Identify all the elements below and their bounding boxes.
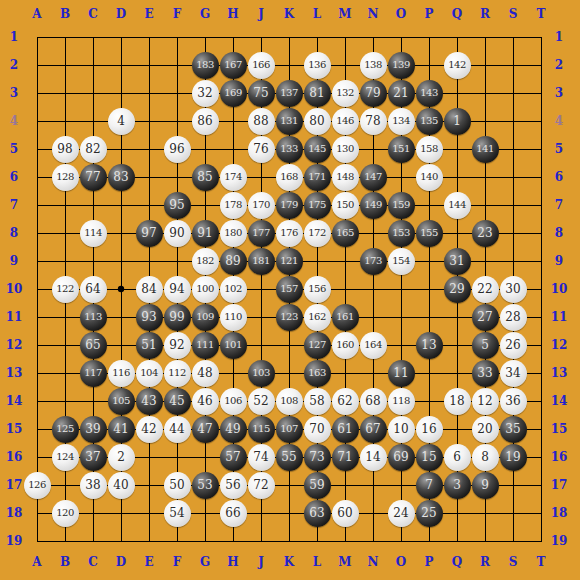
stone-P8[interactable]: 155 [416, 220, 443, 247]
stone-Q17[interactable]: 3 [444, 472, 471, 499]
stone-N3[interactable]: 79 [360, 80, 387, 107]
stone-S16[interactable]: 19 [500, 444, 527, 471]
move-number: 114 [84, 228, 102, 238]
move-number: 123 [280, 312, 298, 322]
row-label-right-4: 4 [555, 114, 563, 128]
move-number: 117 [84, 368, 102, 378]
col-label-bottom-B: B [60, 555, 70, 569]
stone-K9[interactable]: 121 [276, 248, 303, 275]
stone-M15[interactable]: 61 [332, 416, 359, 443]
stone-L17[interactable]: 59 [304, 472, 331, 499]
stone-O8[interactable]: 153 [388, 220, 415, 247]
stone-N16[interactable]: 14 [360, 444, 387, 471]
stone-C5[interactable]: 82 [80, 136, 107, 163]
move-number: 42 [141, 423, 156, 435]
stone-H11[interactable]: 110 [220, 304, 247, 331]
stone-C15[interactable]: 39 [80, 416, 107, 443]
move-number: 118 [392, 396, 410, 406]
move-number: 49 [225, 423, 240, 435]
row-label-left-1: 1 [10, 30, 18, 44]
col-label-top-H: H [227, 7, 238, 21]
row-label-right-1: 1 [555, 30, 563, 44]
stone-S13[interactable]: 34 [500, 360, 527, 387]
move-number: 91 [197, 227, 212, 239]
stone-M18[interactable]: 60 [332, 500, 359, 527]
col-label-bottom-K: K [284, 555, 294, 569]
col-label-bottom-T: T [537, 555, 546, 569]
move-number: 111 [196, 340, 214, 350]
move-number: 102 [224, 284, 242, 294]
move-number: 41 [113, 423, 128, 435]
stone-L10[interactable]: 156 [304, 276, 331, 303]
stone-F13[interactable]: 112 [164, 360, 191, 387]
stone-M14[interactable]: 62 [332, 388, 359, 415]
col-label-bottom-C: C [88, 555, 98, 569]
stone-J5[interactable]: 76 [248, 136, 275, 163]
move-number: 63 [309, 507, 324, 519]
stone-G14[interactable]: 46 [192, 388, 219, 415]
stone-G6[interactable]: 85 [192, 164, 219, 191]
stone-K3[interactable]: 137 [276, 80, 303, 107]
move-number: 110 [224, 312, 242, 322]
stone-O4[interactable]: 134 [388, 108, 415, 135]
stone-Q7[interactable]: 144 [444, 192, 471, 219]
stone-Q2[interactable]: 142 [444, 52, 471, 79]
stone-L4[interactable]: 80 [304, 108, 331, 135]
stone-C8[interactable]: 114 [80, 220, 107, 247]
stone-H17[interactable]: 56 [220, 472, 247, 499]
row-label-left-3: 3 [10, 86, 18, 100]
stone-E8[interactable]: 97 [136, 220, 163, 247]
move-number: 19 [505, 451, 520, 463]
stone-H8[interactable]: 180 [220, 220, 247, 247]
stone-C10[interactable]: 64 [80, 276, 107, 303]
move-number: 97 [141, 227, 156, 239]
move-number: 59 [309, 479, 324, 491]
stone-A17[interactable]: 126 [24, 472, 51, 499]
stone-E12[interactable]: 51 [136, 332, 163, 359]
stone-S10[interactable]: 30 [500, 276, 527, 303]
stone-G17[interactable]: 53 [192, 472, 219, 499]
move-number: 122 [56, 284, 74, 294]
move-number: 62 [337, 395, 352, 407]
stone-H3[interactable]: 169 [220, 80, 247, 107]
col-label-top-R: R [480, 7, 490, 21]
move-number: 133 [280, 144, 298, 154]
row-label-left-4: 4 [10, 114, 18, 128]
col-label-top-K: K [284, 7, 294, 21]
stone-M12[interactable]: 160 [332, 332, 359, 359]
stone-H16[interactable]: 57 [220, 444, 247, 471]
move-number: 38 [85, 479, 100, 491]
col-label-bottom-M: M [338, 555, 351, 569]
move-number: 82 [85, 143, 100, 155]
move-number: 101 [224, 340, 242, 350]
stone-P4[interactable]: 135 [416, 108, 443, 135]
stone-G10[interactable]: 100 [192, 276, 219, 303]
stone-C12[interactable]: 65 [80, 332, 107, 359]
stone-F18[interactable]: 54 [164, 500, 191, 527]
stone-D14[interactable]: 105 [108, 388, 135, 415]
stone-R10[interactable]: 22 [472, 276, 499, 303]
move-number: 165 [336, 228, 354, 238]
move-number: 147 [364, 172, 382, 182]
move-number: 81 [309, 87, 324, 99]
row-label-left-5: 5 [10, 142, 18, 156]
move-number: 121 [280, 256, 298, 266]
stone-G12[interactable]: 111 [192, 332, 219, 359]
stone-L13[interactable]: 163 [304, 360, 331, 387]
stone-H15[interactable]: 49 [220, 416, 247, 443]
stone-M7[interactable]: 150 [332, 192, 359, 219]
stone-Q14[interactable]: 18 [444, 388, 471, 415]
stone-R5[interactable]: 141 [472, 136, 499, 163]
stone-N7[interactable]: 149 [360, 192, 387, 219]
stone-J16[interactable]: 74 [248, 444, 275, 471]
move-number: 105 [112, 396, 130, 406]
stone-G9[interactable]: 182 [192, 248, 219, 275]
row-label-left-19: 19 [6, 534, 23, 548]
stone-C16[interactable]: 37 [80, 444, 107, 471]
stone-C11[interactable]: 113 [80, 304, 107, 331]
col-label-bottom-H: H [227, 555, 238, 569]
stone-B10[interactable]: 122 [52, 276, 79, 303]
stone-P18[interactable]: 25 [416, 500, 443, 527]
stone-F14[interactable]: 45 [164, 388, 191, 415]
stone-C13[interactable]: 117 [80, 360, 107, 387]
move-number: 65 [85, 339, 100, 351]
stone-O5[interactable]: 151 [388, 136, 415, 163]
stone-C17[interactable]: 38 [80, 472, 107, 499]
stone-K8[interactable]: 176 [276, 220, 303, 247]
move-number: 73 [309, 451, 324, 463]
move-number: 77 [85, 171, 100, 183]
row-label-left-13: 13 [6, 366, 23, 380]
stone-R8[interactable]: 23 [472, 220, 499, 247]
stone-D6[interactable]: 83 [108, 164, 135, 191]
stone-L11[interactable]: 162 [304, 304, 331, 331]
stone-L8[interactable]: 172 [304, 220, 331, 247]
stone-S15[interactable]: 35 [500, 416, 527, 443]
stone-J15[interactable]: 115 [248, 416, 275, 443]
move-number: 145 [308, 144, 326, 154]
stone-P6[interactable]: 140 [416, 164, 443, 191]
stone-O15[interactable]: 10 [388, 416, 415, 443]
stone-H12[interactable]: 101 [220, 332, 247, 359]
stone-H9[interactable]: 89 [220, 248, 247, 275]
stone-K16[interactable]: 55 [276, 444, 303, 471]
stone-J13[interactable]: 103 [248, 360, 275, 387]
stone-R13[interactable]: 33 [472, 360, 499, 387]
stone-R11[interactable]: 27 [472, 304, 499, 331]
move-number: 13 [421, 339, 436, 351]
move-number: 76 [253, 143, 268, 155]
move-number: 70 [309, 423, 324, 435]
stone-Q4[interactable]: 1 [444, 108, 471, 135]
stone-G13[interactable]: 48 [192, 360, 219, 387]
stone-G15[interactable]: 47 [192, 416, 219, 443]
stone-R12[interactable]: 5 [472, 332, 499, 359]
col-label-bottom-A: A [32, 555, 41, 569]
stone-L5[interactable]: 145 [304, 136, 331, 163]
stone-P12[interactable]: 13 [416, 332, 443, 359]
stone-E15[interactable]: 42 [136, 416, 163, 443]
move-number: 40 [113, 479, 128, 491]
stone-Q10[interactable]: 29 [444, 276, 471, 303]
move-number: 99 [169, 311, 184, 323]
col-label-top-L: L [313, 7, 321, 21]
stone-G3[interactable]: 32 [192, 80, 219, 107]
row-label-left-12: 12 [6, 338, 23, 352]
stone-N9[interactable]: 173 [360, 248, 387, 275]
stone-H7[interactable]: 178 [220, 192, 247, 219]
stone-N12[interactable]: 164 [360, 332, 387, 359]
move-number: 173 [364, 256, 382, 266]
stone-J8[interactable]: 177 [248, 220, 275, 247]
stone-J4[interactable]: 88 [248, 108, 275, 135]
move-number: 31 [449, 255, 464, 267]
stone-J14[interactable]: 52 [248, 388, 275, 415]
move-number: 39 [85, 423, 100, 435]
stone-L12[interactable]: 127 [304, 332, 331, 359]
stone-P16[interactable]: 15 [416, 444, 443, 471]
move-number: 163 [308, 368, 326, 378]
col-label-top-A: A [32, 7, 41, 21]
stone-P17[interactable]: 7 [416, 472, 443, 499]
stone-J7[interactable]: 170 [248, 192, 275, 219]
stone-N14[interactable]: 68 [360, 388, 387, 415]
move-number: 169 [224, 88, 242, 98]
move-number: 177 [252, 228, 270, 238]
move-number: 153 [392, 228, 410, 238]
stone-R17[interactable]: 9 [472, 472, 499, 499]
move-number: 35 [505, 423, 520, 435]
move-number: 16 [421, 423, 436, 435]
move-number: 15 [421, 451, 436, 463]
stone-N15[interactable]: 67 [360, 416, 387, 443]
move-number: 151 [392, 144, 410, 154]
move-number: 138 [364, 60, 382, 70]
move-number: 128 [56, 172, 74, 182]
stone-B5[interactable]: 98 [52, 136, 79, 163]
stone-E14[interactable]: 43 [136, 388, 163, 415]
stone-G8[interactable]: 91 [192, 220, 219, 247]
move-number: 174 [224, 172, 242, 182]
stone-E10[interactable]: 84 [136, 276, 163, 303]
move-number: 1 [453, 115, 461, 127]
stone-O18[interactable]: 24 [388, 500, 415, 527]
move-number: 28 [505, 311, 520, 323]
stones-layer: 1234567891011121314151618192021222324252… [23, 23, 555, 555]
col-label-top-Q: Q [452, 7, 462, 21]
stone-L7[interactable]: 175 [304, 192, 331, 219]
move-number: 96 [169, 143, 184, 155]
stone-F5[interactable]: 96 [164, 136, 191, 163]
stone-E11[interactable]: 93 [136, 304, 163, 331]
stone-N4[interactable]: 78 [360, 108, 387, 135]
stone-G11[interactable]: 109 [192, 304, 219, 331]
stone-J9[interactable]: 181 [248, 248, 275, 275]
stone-B18[interactable]: 120 [52, 500, 79, 527]
row-label-right-6: 6 [555, 170, 563, 184]
stone-M8[interactable]: 165 [332, 220, 359, 247]
stone-Q9[interactable]: 31 [444, 248, 471, 275]
stone-D16[interactable]: 2 [108, 444, 135, 471]
move-number: 136 [308, 60, 326, 70]
stone-R15[interactable]: 20 [472, 416, 499, 443]
stone-O7[interactable]: 159 [388, 192, 415, 219]
row-label-left-10: 10 [6, 282, 23, 296]
stone-G2[interactable]: 183 [192, 52, 219, 79]
stone-J17[interactable]: 72 [248, 472, 275, 499]
stone-O2[interactable]: 139 [388, 52, 415, 79]
stone-K7[interactable]: 179 [276, 192, 303, 219]
stone-L18[interactable]: 63 [304, 500, 331, 527]
stone-O14[interactable]: 118 [388, 388, 415, 415]
stone-D15[interactable]: 41 [108, 416, 135, 443]
move-number: 75 [253, 87, 268, 99]
stone-R14[interactable]: 12 [472, 388, 499, 415]
stone-B15[interactable]: 125 [52, 416, 79, 443]
stone-S12[interactable]: 26 [500, 332, 527, 359]
stone-O3[interactable]: 21 [388, 80, 415, 107]
move-number: 103 [252, 368, 270, 378]
move-number: 130 [336, 144, 354, 154]
move-number: 85 [197, 171, 212, 183]
stone-F11[interactable]: 99 [164, 304, 191, 331]
col-label-bottom-N: N [368, 555, 379, 569]
move-number: 14 [365, 451, 380, 463]
stone-H10[interactable]: 102 [220, 276, 247, 303]
stone-M6[interactable]: 148 [332, 164, 359, 191]
stone-L14[interactable]: 58 [304, 388, 331, 415]
col-label-top-S: S [509, 7, 518, 21]
move-number: 3 [453, 479, 461, 491]
row-label-left-17: 17 [6, 478, 23, 492]
stone-F10[interactable]: 94 [164, 276, 191, 303]
stone-S11[interactable]: 28 [500, 304, 527, 331]
move-number: 20 [477, 423, 492, 435]
stone-D4[interactable]: 4 [108, 108, 135, 135]
stone-K11[interactable]: 123 [276, 304, 303, 331]
stone-J2[interactable]: 166 [248, 52, 275, 79]
stone-P15[interactable]: 16 [416, 416, 443, 443]
move-number: 134 [392, 116, 410, 126]
stone-B16[interactable]: 124 [52, 444, 79, 471]
col-label-bottom-G: G [200, 555, 210, 569]
stone-F8[interactable]: 90 [164, 220, 191, 247]
move-number: 159 [392, 200, 410, 210]
stone-Q16[interactable]: 6 [444, 444, 471, 471]
stone-K4[interactable]: 131 [276, 108, 303, 135]
stone-L15[interactable]: 70 [304, 416, 331, 443]
stone-F12[interactable]: 92 [164, 332, 191, 359]
move-number: 4 [117, 115, 125, 127]
stone-O13[interactable]: 11 [388, 360, 415, 387]
stone-R16[interactable]: 8 [472, 444, 499, 471]
move-number: 37 [85, 451, 100, 463]
stone-M4[interactable]: 146 [332, 108, 359, 135]
stone-H2[interactable]: 167 [220, 52, 247, 79]
move-number: 116 [112, 368, 130, 378]
stone-K10[interactable]: 157 [276, 276, 303, 303]
stone-K5[interactable]: 133 [276, 136, 303, 163]
stone-L2[interactable]: 136 [304, 52, 331, 79]
stone-H6[interactable]: 174 [220, 164, 247, 191]
move-number: 157 [280, 284, 298, 294]
col-label-bottom-F: F [173, 555, 182, 569]
row-label-right-8: 8 [555, 226, 563, 240]
stone-M3[interactable]: 132 [332, 80, 359, 107]
move-number: 175 [308, 200, 326, 210]
stone-D13[interactable]: 116 [108, 360, 135, 387]
move-number: 98 [57, 143, 72, 155]
stone-M11[interactable]: 161 [332, 304, 359, 331]
stone-C6[interactable]: 77 [80, 164, 107, 191]
col-label-top-D: D [116, 7, 126, 21]
move-number: 155 [420, 228, 438, 238]
move-number: 180 [224, 228, 242, 238]
stone-H18[interactable]: 66 [220, 500, 247, 527]
stone-K14[interactable]: 108 [276, 388, 303, 415]
stone-N2[interactable]: 138 [360, 52, 387, 79]
stone-O9[interactable]: 154 [388, 248, 415, 275]
stone-O16[interactable]: 69 [388, 444, 415, 471]
col-label-top-J: J [258, 7, 264, 21]
stone-K6[interactable]: 168 [276, 164, 303, 191]
stone-G4[interactable]: 86 [192, 108, 219, 135]
stone-L16[interactable]: 73 [304, 444, 331, 471]
move-number: 22 [477, 283, 492, 295]
stone-L6[interactable]: 171 [304, 164, 331, 191]
move-number: 66 [225, 507, 240, 519]
move-number: 94 [169, 283, 184, 295]
stone-L3[interactable]: 81 [304, 80, 331, 107]
col-label-bottom-J: J [258, 555, 264, 569]
stone-N6[interactable]: 147 [360, 164, 387, 191]
stone-F7[interactable]: 95 [164, 192, 191, 219]
stone-F17[interactable]: 50 [164, 472, 191, 499]
stone-F15[interactable]: 44 [164, 416, 191, 443]
stone-D17[interactable]: 40 [108, 472, 135, 499]
move-number: 71 [337, 451, 352, 463]
move-number: 156 [308, 284, 326, 294]
stone-M5[interactable]: 130 [332, 136, 359, 163]
move-number: 79 [365, 87, 380, 99]
stone-M16[interactable]: 71 [332, 444, 359, 471]
stone-K15[interactable]: 107 [276, 416, 303, 443]
stone-S14[interactable]: 36 [500, 388, 527, 415]
move-number: 7 [425, 479, 433, 491]
stone-E13[interactable]: 104 [136, 360, 163, 387]
move-number: 172 [308, 228, 326, 238]
stone-B6[interactable]: 128 [52, 164, 79, 191]
stone-J3[interactable]: 75 [248, 80, 275, 107]
go-board[interactable]: 1234567891011121314151618192021222324252… [0, 0, 580, 580]
move-number: 112 [168, 368, 186, 378]
move-number: 90 [169, 227, 184, 239]
row-label-right-2: 2 [555, 58, 563, 72]
stone-P5[interactable]: 158 [416, 136, 443, 163]
stone-P3[interactable]: 143 [416, 80, 443, 107]
move-number: 25 [421, 507, 436, 519]
move-number: 115 [252, 424, 270, 434]
stone-H14[interactable]: 106 [220, 388, 247, 415]
move-number: 160 [336, 340, 354, 350]
move-number: 100 [196, 284, 214, 294]
move-number: 55 [281, 451, 296, 463]
move-number: 11 [393, 367, 408, 379]
